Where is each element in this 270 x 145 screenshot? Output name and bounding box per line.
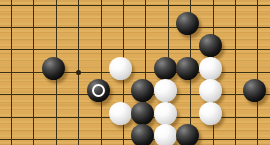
grid-line-horizontal [0,27,270,28]
black-stone [131,102,154,125]
black-stone [176,57,199,80]
grid-line-horizontal [0,5,270,6]
black-stone [199,34,222,57]
white-stone [154,124,177,145]
white-stone [109,102,132,125]
white-stone [199,57,222,80]
white-stone [154,102,177,125]
black-stone [243,79,266,102]
go-board[interactable] [0,0,270,145]
white-stone [199,102,222,125]
grid-line-horizontal [0,49,270,50]
black-stone [42,57,65,80]
grid-line-horizontal [0,72,270,73]
white-stone [109,57,132,80]
black-stone [131,124,154,145]
black-stone [176,12,199,35]
black-stone [154,57,177,80]
black-stone [131,79,154,102]
black-stone [176,124,199,145]
last-move-marker [92,84,105,97]
star-point [76,70,81,75]
white-stone [154,79,177,102]
white-stone [199,79,222,102]
